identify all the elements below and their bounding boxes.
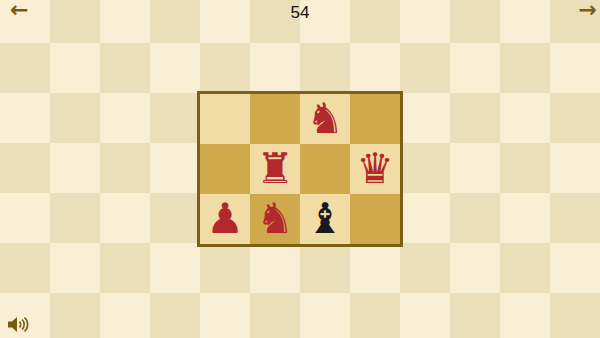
app-screen: ← 54 → ♞♜♛♟♞♝ xyxy=(0,0,600,338)
board-cell-r1c1[interactable]: ♜ xyxy=(250,144,300,194)
board-cell-r1c0[interactable] xyxy=(200,144,250,194)
board-cell-r0c3[interactable] xyxy=(350,94,400,144)
black-bishop-piece[interactable]: ♝ xyxy=(300,194,350,244)
next-level-button[interactable]: → xyxy=(579,0,597,23)
level-number: 54 xyxy=(0,3,600,23)
red-queen-piece[interactable]: ♛ xyxy=(350,144,400,194)
board-cell-r0c1[interactable] xyxy=(250,94,300,144)
chess-board: ♞♜♛♟♞♝ xyxy=(197,91,403,247)
board-cell-r2c3[interactable] xyxy=(350,194,400,244)
board-cell-r2c2[interactable]: ♝ xyxy=(300,194,350,244)
red-rook-piece[interactable]: ♜ xyxy=(250,144,300,194)
board-cell-r1c3[interactable]: ♛ xyxy=(350,144,400,194)
board-cell-r0c0[interactable] xyxy=(200,94,250,144)
board-cell-r0c2[interactable]: ♞ xyxy=(300,94,350,144)
speaker-icon xyxy=(8,321,34,336)
red-pawn-piece[interactable]: ♟ xyxy=(200,194,250,244)
board-cell-r1c2[interactable] xyxy=(300,144,350,194)
board-cell-r2c0[interactable]: ♟ xyxy=(200,194,250,244)
board-cell-r2c1[interactable]: ♞ xyxy=(250,194,300,244)
right-arrow-icon: → xyxy=(579,0,597,22)
sound-toggle-button[interactable] xyxy=(7,316,35,334)
red-knight-piece[interactable]: ♞ xyxy=(250,194,300,244)
red-knight-piece[interactable]: ♞ xyxy=(300,94,350,144)
